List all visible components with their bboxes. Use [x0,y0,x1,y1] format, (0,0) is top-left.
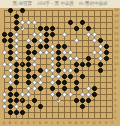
row-label: 13 [114,44,120,49]
stone-white[interactable] [44,50,49,55]
stone-black[interactable] [62,74,67,79]
stone-black[interactable] [104,56,109,61]
row-label: 5 [114,92,120,97]
stone-black[interactable] [8,32,13,37]
stone-white[interactable] [68,92,73,97]
row-label: 7 [114,80,120,85]
stone-white[interactable] [68,50,73,55]
stone-white[interactable] [92,38,97,43]
stone-black[interactable] [2,38,7,43]
stone-black[interactable] [56,92,61,97]
stone-white[interactable] [56,74,61,79]
stone-white[interactable] [14,50,19,55]
stone-white[interactable] [68,68,73,73]
stone-black[interactable] [8,56,13,61]
stone-black[interactable] [8,8,13,13]
col-label: T [109,121,115,126]
move-info-label: 250手 - 黑 中盘胜 [37,0,74,8]
stone-black[interactable] [92,92,97,97]
stone-black[interactable] [26,68,31,73]
stone-black[interactable] [14,110,19,115]
stone-black[interactable] [20,110,25,115]
stone-white[interactable] [14,44,19,49]
stone-black[interactable] [8,92,13,97]
stone-white[interactable] [14,38,19,43]
stone-black[interactable] [74,86,79,91]
star-point [21,99,23,101]
stone-white[interactable] [26,86,31,91]
stone-white[interactable] [14,104,19,109]
stone-black[interactable] [8,38,13,43]
stone-white[interactable] [20,20,25,25]
stone-black[interactable] [8,86,13,91]
star-point [21,63,23,65]
stone-white[interactable] [74,38,79,43]
stone-black[interactable] [56,80,61,85]
stone-black[interactable] [26,62,31,67]
star-point [93,99,95,101]
stone-black[interactable] [38,68,43,73]
stone-white[interactable] [32,20,37,25]
row-label: 4 [114,98,120,103]
row-label: 10 [114,62,120,67]
stone-white[interactable] [38,32,43,37]
stone-black[interactable] [32,38,37,43]
stone-white[interactable] [8,62,13,67]
stone-black[interactable] [44,44,49,49]
stone-black[interactable] [38,44,43,49]
stone-black[interactable] [80,74,85,79]
stone-black[interactable] [44,26,49,31]
stone-white[interactable] [26,20,31,25]
stone-black[interactable] [80,104,85,109]
stone-black[interactable] [26,104,31,109]
row-label: 19 [114,8,120,13]
stone-black[interactable] [32,98,37,103]
stone-black[interactable] [80,20,85,25]
stone-white[interactable] [26,38,31,43]
stone-white[interactable] [44,68,49,73]
row-label: 12 [114,50,120,55]
stone-black[interactable] [14,98,19,103]
stone-black[interactable] [38,104,43,109]
stone-white[interactable] [92,32,97,37]
stone-white[interactable] [50,50,55,55]
stone-white[interactable] [98,50,103,55]
stone-black[interactable] [50,32,55,37]
stone-black[interactable] [80,98,85,103]
stone-black[interactable] [14,74,19,79]
stone-black[interactable] [98,38,103,43]
stone-black[interactable] [56,56,61,61]
stone-white[interactable] [50,74,55,79]
row-label: 11 [114,56,120,61]
row-label: 3 [114,104,120,109]
row-label: 18 [114,14,120,19]
stone-white[interactable] [62,32,67,37]
stone-black[interactable] [62,44,67,49]
stone-white[interactable] [62,50,67,55]
go-app-window: 黑:张钰霖 250手 - 黑 中盘胜 白:围棋中级班 ABCDEFGHJKLMN… [0,0,120,126]
black-player-label: 黑:张钰霖 [12,0,32,8]
stone-white[interactable] [2,62,7,67]
star-point [93,27,95,29]
stone-black[interactable] [74,26,79,31]
stone-black[interactable] [98,68,103,73]
stone-black[interactable] [86,26,91,31]
stone-white[interactable] [98,56,103,61]
stone-black[interactable] [32,74,37,79]
stone-black[interactable] [8,110,13,115]
stone-white[interactable] [38,80,43,85]
stone-black[interactable] [44,38,49,43]
stone-white[interactable] [50,62,55,67]
star-point [57,63,59,65]
stone-black[interactable] [20,8,25,13]
stone-black[interactable] [56,68,61,73]
stone-black[interactable] [80,62,85,67]
stone-white[interactable] [50,80,55,85]
stone-white[interactable] [32,80,37,85]
star-point [21,27,23,29]
stone-black[interactable] [26,50,31,55]
stone-black[interactable] [14,14,19,19]
go-board[interactable]: ABCDEFGHJKLMNOPQRST191817161514131211109… [0,8,120,126]
stone-white[interactable] [2,50,7,55]
row-label: 2 [114,110,120,115]
stone-white[interactable] [86,32,91,37]
stone-black[interactable] [68,74,73,79]
stone-black[interactable] [86,62,91,67]
stone-black[interactable] [104,44,109,49]
stone-white[interactable] [8,68,13,73]
stone-black[interactable] [8,44,13,49]
stone-white[interactable] [62,92,67,97]
stone-black[interactable] [8,104,13,109]
stone-white[interactable] [86,92,91,97]
stone-black[interactable] [92,86,97,91]
stone-black[interactable] [86,98,91,103]
stone-black[interactable] [14,92,19,97]
stone-black[interactable] [26,56,31,61]
row-label: 14 [114,38,120,43]
stone-black[interactable] [14,26,19,31]
stone-white[interactable] [14,56,19,61]
stone-black[interactable] [2,32,7,37]
stone-black[interactable] [104,50,109,55]
stone-black[interactable] [26,80,31,85]
row-label: 8 [114,74,120,79]
stone-white[interactable] [2,92,7,97]
stone-black[interactable] [14,62,19,67]
stone-white[interactable] [2,74,7,79]
stone-black[interactable] [8,98,13,103]
stone-black[interactable] [26,44,31,49]
stone-white[interactable] [14,32,19,37]
stone-black[interactable] [74,68,79,73]
stone-white[interactable] [8,80,13,85]
stone-black[interactable] [44,32,49,37]
stone-black[interactable] [14,68,19,73]
star-point [57,27,59,29]
row-label: 9 [114,68,120,73]
stone-black[interactable] [62,56,67,61]
stone-black[interactable] [62,80,67,85]
stone-white[interactable] [32,56,37,61]
stone-white[interactable] [20,92,25,97]
stone-white[interactable] [32,62,37,67]
stone-white[interactable] [92,50,97,55]
stone-white[interactable] [50,44,55,49]
stone-white[interactable] [50,68,55,73]
stone-white[interactable] [8,74,13,79]
stone-black[interactable] [74,80,79,85]
row-label: 16 [114,26,120,31]
stone-black[interactable] [14,20,19,25]
stone-white[interactable] [68,56,73,61]
stone-black[interactable] [98,62,103,67]
white-player-label: 白:围棋中级班 [79,0,108,8]
stone-black[interactable] [62,86,67,91]
stone-white[interactable] [98,44,103,49]
stone-black[interactable] [38,86,43,91]
stone-black[interactable] [56,44,61,49]
row-label: 1 [114,116,120,121]
stone-white[interactable] [38,74,43,79]
stone-white[interactable] [50,92,55,97]
row-label: 15 [114,32,120,37]
row-label: 6 [114,86,120,91]
stone-black[interactable] [86,56,91,61]
star-point [57,99,59,101]
stone-white[interactable] [80,92,85,97]
stone-white[interactable] [2,104,7,109]
stone-white[interactable] [50,56,55,61]
stone-black[interactable] [68,20,73,25]
stone-black[interactable] [26,74,31,79]
stone-white[interactable] [32,32,37,37]
stone-black[interactable] [32,50,37,55]
stone-black[interactable] [50,26,55,31]
stone-black[interactable] [74,62,79,67]
stone-white[interactable] [38,38,43,43]
row-label: 17 [114,20,120,25]
stone-black[interactable] [14,80,19,85]
stone-white[interactable] [86,86,91,91]
stone-white[interactable] [38,50,43,55]
star-point [93,63,95,65]
stone-white[interactable] [32,86,37,91]
stone-white[interactable] [74,56,79,61]
stone-black[interactable] [74,98,79,103]
stone-black[interactable] [8,50,13,55]
stone-white[interactable] [2,98,7,103]
stone-white[interactable] [26,92,31,97]
stone-black[interactable] [56,50,61,55]
stone-black[interactable] [50,86,55,91]
stone-white[interactable] [62,68,67,73]
stone-black[interactable] [38,26,43,31]
